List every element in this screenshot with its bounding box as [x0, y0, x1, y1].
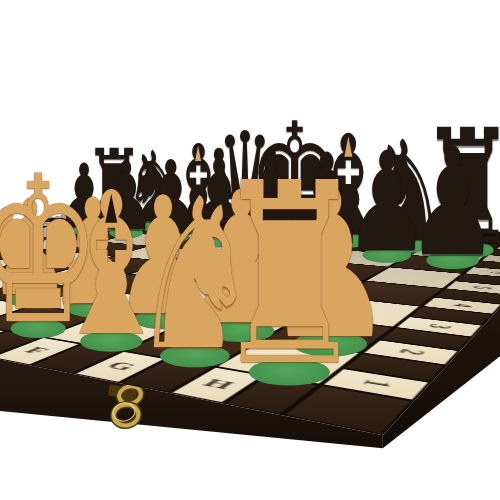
chess-set-photo: AABBCCDDEEFFGGHH1122334455667788 ♜♞♝♛♚♝♞…	[0, 0, 500, 500]
right-rank-label-4-label: 4	[444, 302, 481, 308]
left-rank-label-7-label: 7	[32, 223, 51, 225]
right-rank-label-6-label: 6	[482, 270, 500, 275]
right-rank-label-5-label: 5	[465, 285, 499, 290]
bottom-file-label-f-label: F	[17, 344, 56, 356]
top-file-label-g-label: G	[397, 228, 416, 232]
bottom-file-label-g-label: G	[99, 359, 143, 374]
top-file-label-f-label: F	[344, 224, 360, 227]
right-rank-label-3-label: 3	[419, 322, 459, 330]
right-rank-label-2-label: 2	[389, 347, 433, 357]
top-file-label-h-label: H	[455, 231, 474, 235]
right-rank-label-1-label: 1	[352, 377, 401, 389]
top-file-label-e-label: E	[293, 221, 310, 224]
left-rank-label-6-label: 6	[0, 230, 16, 232]
bottom-file-label-h-label: H	[196, 376, 241, 393]
left-rank-label-8-label: 8	[64, 216, 82, 218]
